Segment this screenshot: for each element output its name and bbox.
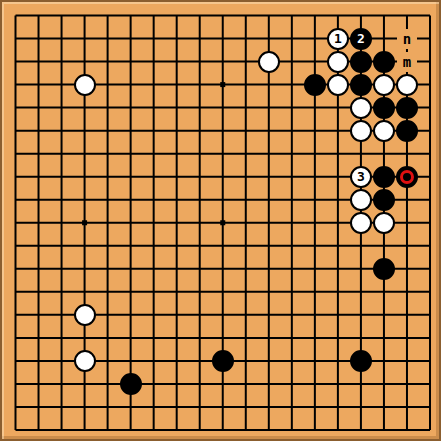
- stone-black: [373, 97, 395, 119]
- point-label-n: n: [397, 29, 417, 49]
- stone-black-move-2: 2: [350, 28, 372, 50]
- stone-white: [396, 74, 418, 96]
- stone-white: [350, 120, 372, 142]
- stone-black: [350, 51, 372, 73]
- star-point: [82, 220, 87, 225]
- stone-white: [350, 189, 372, 211]
- point-label-m: m: [397, 52, 417, 72]
- stone-white-move-1: 1: [327, 28, 349, 50]
- stone-white: [350, 97, 372, 119]
- stone-white: [74, 74, 96, 96]
- stone-black: [373, 166, 395, 188]
- stone-black: [350, 74, 372, 96]
- stone-black: [373, 258, 395, 280]
- stone-black: [350, 350, 372, 372]
- stone-black: [212, 350, 234, 372]
- stone-white: [74, 304, 96, 326]
- star-point: [220, 220, 225, 225]
- stone-white: [74, 350, 96, 372]
- stone-white: [327, 51, 349, 73]
- stone-black: [396, 97, 418, 119]
- stone-white: [258, 51, 280, 73]
- stone-black: [120, 373, 142, 395]
- stone-black: [373, 189, 395, 211]
- stone-white: [373, 120, 395, 142]
- stone-white: [327, 74, 349, 96]
- stone-black-marked: [396, 166, 418, 188]
- stone-white: [373, 74, 395, 96]
- red-circle-marker-icon: [400, 170, 414, 184]
- stone-black: [373, 51, 395, 73]
- stone-black: [396, 120, 418, 142]
- stone-white: [350, 212, 372, 234]
- star-point: [220, 82, 225, 87]
- go-board: nm 132: [0, 0, 441, 441]
- stone-black: [304, 74, 326, 96]
- stone-white-move-3: 3: [350, 166, 372, 188]
- stone-white: [373, 212, 395, 234]
